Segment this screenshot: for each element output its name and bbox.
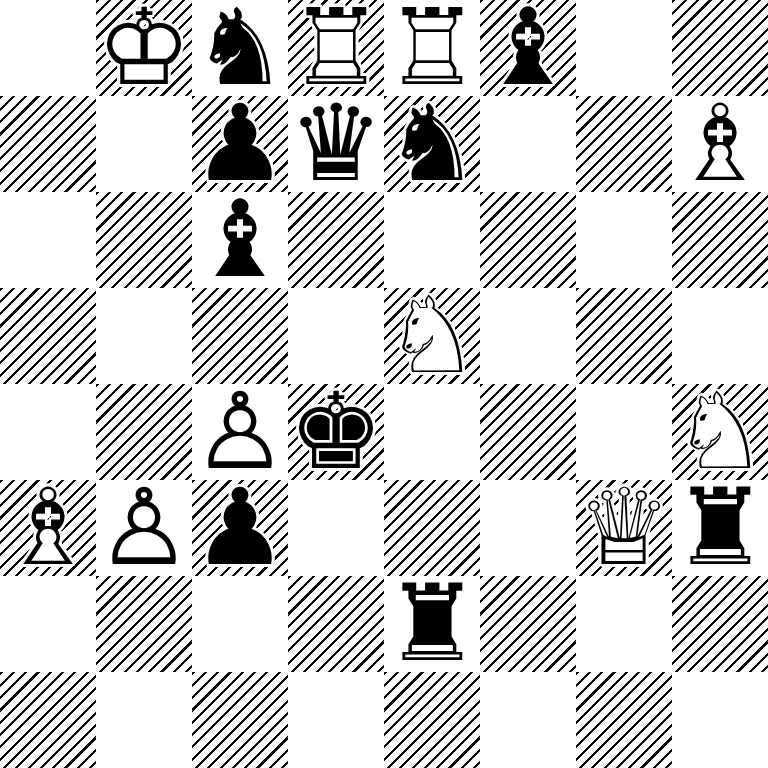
square-e6[interactable] [384, 192, 480, 288]
piece-black-pawn[interactable]: ♟♟ [192, 96, 288, 192]
square-c1[interactable] [192, 672, 288, 768]
square-c3[interactable]: ♟♟ [192, 480, 288, 576]
square-b7[interactable] [96, 96, 192, 192]
piece-black-king[interactable]: ♚♚ [288, 384, 384, 480]
white-pawn-icon: ♙ [192, 384, 288, 480]
black-king-icon: ♚ [288, 384, 384, 480]
square-f5[interactable] [480, 288, 576, 384]
black-rook-icon: ♜ [672, 480, 768, 576]
piece-white-king[interactable]: ♚♔ [96, 0, 192, 96]
piece-white-rook[interactable]: ♜♖ [288, 0, 384, 96]
piece-white-rook[interactable]: ♜♖ [384, 0, 480, 96]
square-h3[interactable]: ♜♜ [672, 480, 768, 576]
square-a5[interactable] [0, 288, 96, 384]
square-h7[interactable]: ♝♗ [672, 96, 768, 192]
piece-black-bishop[interactable]: ♝♝ [480, 0, 576, 96]
square-b1[interactable] [96, 672, 192, 768]
square-g3[interactable]: ♛♕ [576, 480, 672, 576]
square-e2[interactable]: ♜♜ [384, 576, 480, 672]
black-pawn-icon: ♟ [192, 96, 288, 192]
black-pawn-icon: ♟ [192, 480, 288, 576]
black-knight-icon: ♞ [384, 96, 480, 192]
white-knight-icon: ♘ [384, 288, 480, 384]
square-d5[interactable] [288, 288, 384, 384]
piece-white-bishop[interactable]: ♝♗ [0, 480, 96, 576]
piece-black-knight[interactable]: ♞♞ [384, 96, 480, 192]
black-rook-icon: ♜ [384, 576, 480, 672]
square-f3[interactable] [480, 480, 576, 576]
white-king-icon: ♔ [96, 0, 192, 96]
piece-black-rook[interactable]: ♜♜ [384, 576, 480, 672]
square-a4[interactable] [0, 384, 96, 480]
black-knight-icon: ♞ [192, 0, 288, 96]
square-e7[interactable]: ♞♞ [384, 96, 480, 192]
black-bishop-icon: ♝ [480, 0, 576, 96]
piece-white-bishop[interactable]: ♝♗ [672, 96, 768, 192]
white-rook-icon: ♖ [384, 0, 480, 96]
square-g8[interactable] [576, 0, 672, 96]
square-h2[interactable] [672, 576, 768, 672]
square-h5[interactable] [672, 288, 768, 384]
square-e1[interactable] [384, 672, 480, 768]
square-f4[interactable] [480, 384, 576, 480]
square-d7[interactable]: ♛♛ [288, 96, 384, 192]
square-g6[interactable] [576, 192, 672, 288]
piece-black-bishop[interactable]: ♝♝ [192, 192, 288, 288]
square-g5[interactable] [576, 288, 672, 384]
square-a6[interactable] [0, 192, 96, 288]
white-queen-icon: ♕ [576, 480, 672, 576]
square-a2[interactable] [0, 576, 96, 672]
square-e8[interactable]: ♜♖ [384, 0, 480, 96]
piece-black-queen[interactable]: ♛♛ [288, 96, 384, 192]
chess-board: ♚♔♞♞♜♖♜♖♝♝♟♟♛♛♞♞♝♗♝♝♞♘♟♙♚♚♞♘♝♗♟♙♟♟♛♕♜♜♜♜ [0, 0, 768, 768]
piece-black-knight[interactable]: ♞♞ [192, 0, 288, 96]
square-b3[interactable]: ♟♙ [96, 480, 192, 576]
white-bishop-icon: ♗ [0, 480, 96, 576]
square-a1[interactable] [0, 672, 96, 768]
square-d3[interactable] [288, 480, 384, 576]
square-g4[interactable] [576, 384, 672, 480]
square-g1[interactable] [576, 672, 672, 768]
square-c5[interactable] [192, 288, 288, 384]
square-c7[interactable]: ♟♟ [192, 96, 288, 192]
piece-black-pawn[interactable]: ♟♟ [192, 480, 288, 576]
square-e3[interactable] [384, 480, 480, 576]
white-knight-icon: ♘ [672, 384, 768, 480]
square-e4[interactable] [384, 384, 480, 480]
square-a7[interactable] [0, 96, 96, 192]
white-pawn-icon: ♙ [96, 480, 192, 576]
square-f8[interactable]: ♝♝ [480, 0, 576, 96]
square-f2[interactable] [480, 576, 576, 672]
square-c6[interactable]: ♝♝ [192, 192, 288, 288]
square-d1[interactable] [288, 672, 384, 768]
square-g2[interactable] [576, 576, 672, 672]
square-h6[interactable] [672, 192, 768, 288]
square-e5[interactable]: ♞♘ [384, 288, 480, 384]
square-a3[interactable]: ♝♗ [0, 480, 96, 576]
black-bishop-icon: ♝ [192, 192, 288, 288]
piece-white-queen[interactable]: ♛♕ [576, 480, 672, 576]
square-d6[interactable] [288, 192, 384, 288]
square-a8[interactable] [0, 0, 96, 96]
piece-white-pawn[interactable]: ♟♙ [96, 480, 192, 576]
square-f7[interactable] [480, 96, 576, 192]
square-c2[interactable] [192, 576, 288, 672]
piece-white-knight[interactable]: ♞♘ [672, 384, 768, 480]
piece-white-pawn[interactable]: ♟♙ [192, 384, 288, 480]
square-b5[interactable] [96, 288, 192, 384]
square-f1[interactable] [480, 672, 576, 768]
piece-black-rook[interactable]: ♜♜ [672, 480, 768, 576]
square-f6[interactable] [480, 192, 576, 288]
square-d4[interactable]: ♚♚ [288, 384, 384, 480]
black-queen-icon: ♛ [288, 96, 384, 192]
square-h8[interactable] [672, 0, 768, 96]
piece-white-knight[interactable]: ♞♘ [384, 288, 480, 384]
square-b2[interactable] [96, 576, 192, 672]
chess-diagram: ♚♔♞♞♜♖♜♖♝♝♟♟♛♛♞♞♝♗♝♝♞♘♟♙♚♚♞♘♝♗♟♙♟♟♛♕♜♜♜♜ [0, 0, 768, 768]
square-h4[interactable]: ♞♘ [672, 384, 768, 480]
square-d8[interactable]: ♜♖ [288, 0, 384, 96]
square-g7[interactable] [576, 96, 672, 192]
square-c8[interactable]: ♞♞ [192, 0, 288, 96]
white-rook-icon: ♖ [288, 0, 384, 96]
square-c4[interactable]: ♟♙ [192, 384, 288, 480]
square-d2[interactable] [288, 576, 384, 672]
square-b8[interactable]: ♚♔ [96, 0, 192, 96]
square-b4[interactable] [96, 384, 192, 480]
white-bishop-icon: ♗ [672, 96, 768, 192]
square-b6[interactable] [96, 192, 192, 288]
square-h1[interactable] [672, 672, 768, 768]
